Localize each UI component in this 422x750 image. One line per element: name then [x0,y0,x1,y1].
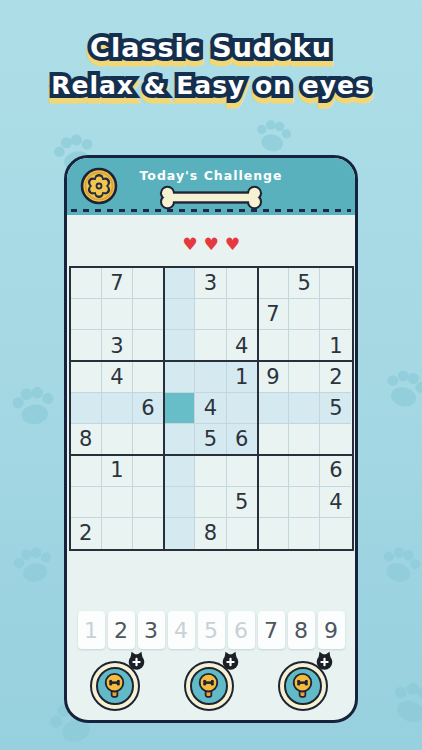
grid-cell-r6c9[interactable] [320,424,351,455]
grid-cell-r5c8[interactable] [289,393,320,424]
grid-cell-r3c2[interactable]: 3 [102,330,133,361]
grid-cell-r5c6[interactable] [227,393,258,424]
grid-cell-r7c8[interactable] [289,455,320,486]
grid-cell-r5c5[interactable]: 4 [195,393,226,424]
grid-cell-r1c7[interactable] [258,268,289,299]
grid-cell-r2c4[interactable] [164,299,195,330]
grid-cell-r3c6[interactable]: 4 [227,330,258,361]
grid-cell-r8c4[interactable] [164,487,195,518]
grid-cell-r8c2[interactable] [102,487,133,518]
grid-cell-r7c9[interactable]: 6 [320,455,351,486]
dashed-separator [71,209,351,212]
grid-cell-r5c3[interactable]: 6 [133,393,164,424]
grid-cell-r5c7[interactable] [258,393,289,424]
grid-cell-r2c7[interactable]: 7 [258,299,289,330]
grid-cell-r4c7[interactable]: 9 [258,362,289,393]
plus-badge-icon [126,651,147,671]
grid-cell-r4c3[interactable] [133,362,164,393]
app-title-line2-text: Relax & Easy on eyes [51,71,371,100]
grid-cell-r3c9[interactable]: 1 [320,330,351,361]
hint-inner-circle [284,667,322,705]
grid-cell-r9c6[interactable] [227,518,258,549]
grid-cell-r7c3[interactable] [133,455,164,486]
grid-cell-r6c1[interactable]: 8 [71,424,102,455]
grid-cell-r4c4[interactable] [164,362,195,393]
hint-button-2[interactable] [184,658,239,713]
grid-cell-r2c6[interactable] [227,299,258,330]
grid-cell-r7c1[interactable] [71,455,102,486]
grid-cell-r9c7[interactable] [258,518,289,549]
grid-cell-r1c1[interactable] [71,268,102,299]
grid-cell-r4c9[interactable]: 2 [320,362,351,393]
grid-cell-r4c5[interactable] [195,362,226,393]
sudoku-board-frame: 73573414192645856165428 [69,266,354,551]
phone-mockup: Today's Challenge ♥♥♥ 735734141926458561… [64,155,358,723]
paw-print-icon [372,538,422,596]
grid-cell-r7c4[interactable] [164,455,195,486]
grid-cell-r2c3[interactable] [133,299,164,330]
hint-plus-badge [220,651,241,671]
grid-cell-r6c8[interactable] [289,424,320,455]
grid-cell-r8c1[interactable] [71,487,102,518]
grid-cell-r1c9[interactable] [320,268,351,299]
numpad-key-9[interactable]: 9 [318,611,345,649]
grid-cell-r9c4[interactable] [164,518,195,549]
grid-cell-r1c6[interactable] [227,268,258,299]
lightbulb-bone-icon [292,672,313,700]
hint-plus-badge [126,651,147,671]
bone-progress-icon [159,185,263,210]
grid-cell-r6c4[interactable] [164,424,195,455]
hint-inner-circle [96,667,134,705]
grid-cell-r9c5[interactable]: 8 [195,518,226,549]
grid-cell-r7c2[interactable]: 1 [102,455,133,486]
grid-cell-r8c7[interactable] [258,487,289,518]
grid-cell-r2c1[interactable] [71,299,102,330]
grid-cell-r2c9[interactable] [320,299,351,330]
grid-cell-r9c9[interactable] [320,518,351,549]
grid-cell-r7c5[interactable] [195,455,226,486]
app-title: Classic Sudoku Classic Sudoku Classic Su… [0,34,422,110]
app-title-line1-text: Classic Sudoku [90,32,332,63]
grid-cell-r4c6[interactable]: 1 [227,362,258,393]
heart-icon: ♥ [225,234,240,254]
grid-cell-r2c2[interactable] [102,299,133,330]
numpad-key-1[interactable]: 1 [78,611,105,649]
grid-cell-r7c6[interactable] [227,455,258,486]
grid-cell-r8c9[interactable]: 4 [320,487,351,518]
paw-print-icon [7,539,60,595]
grid-cell-r6c3[interactable] [133,424,164,455]
game-header: Today's Challenge [67,158,355,215]
grid-cell-r1c2[interactable]: 7 [102,268,133,299]
paw-print-icon [7,379,62,437]
app-title-line2: Relax & Easy on eyes Relax & Easy on eye… [0,73,422,98]
paw-print-icon [380,671,422,739]
numpad-key-7[interactable]: 7 [258,611,285,649]
lightbulb-bone-icon [198,672,219,700]
grid-cell-r9c8[interactable] [289,518,320,549]
grid-cell-r4c2[interactable]: 4 [102,362,133,393]
hint-button-row [67,658,355,713]
plus-badge-icon [314,651,335,671]
grid-cell-r9c3[interactable] [133,518,164,549]
lives-hearts: ♥♥♥ [67,234,355,254]
grid-cell-r3c8[interactable] [289,330,320,361]
grid-cell-r1c4[interactable] [164,268,195,299]
hint-button-3[interactable] [278,658,333,713]
grid-cell-r8c6[interactable]: 5 [227,487,258,518]
grid-cell-r3c7[interactable] [258,330,289,361]
header-title: Today's Challenge [67,168,355,183]
heart-icon: ♥ [203,234,218,254]
grid-cell-r5c9[interactable]: 5 [320,393,351,424]
numpad-key-4[interactable]: 4 [168,611,195,649]
grid-cell-r3c3[interactable] [133,330,164,361]
grid-cell-r4c8[interactable] [289,362,320,393]
plus-badge-icon [220,651,241,671]
sudoku-board: 73573414192645856165428 [71,268,352,549]
lightbulb-bone-icon [104,672,125,700]
grid-cell-r2c8[interactable] [289,299,320,330]
grid-cell-r6c2[interactable] [102,424,133,455]
grid-cell-r5c1[interactable] [71,393,102,424]
grid-cell-r6c5[interactable]: 5 [195,424,226,455]
grid-cell-r8c3[interactable] [133,487,164,518]
numpad-key-8[interactable]: 8 [288,611,315,649]
grid-cell-r7c7[interactable] [258,455,289,486]
hint-button-1[interactable] [90,658,145,713]
grid-cell-r1c8[interactable]: 5 [289,268,320,299]
grid-cell-r3c4[interactable] [164,330,195,361]
grid-cell-r3c5[interactable] [195,330,226,361]
grid-cell-r1c3[interactable] [133,268,164,299]
numpad-key-6[interactable]: 6 [228,611,255,649]
hint-plus-badge [314,651,335,671]
hint-inner-circle [190,667,228,705]
grid-cell-r8c8[interactable] [289,487,320,518]
numpad-key-2[interactable]: 2 [108,611,135,649]
numpad-key-3[interactable]: 3 [138,611,165,649]
grid-cell-r6c7[interactable] [258,424,289,455]
grid-cell-r9c1[interactable]: 2 [71,518,102,549]
app-title-line1: Classic Sudoku Classic Sudoku Classic Su… [0,34,422,61]
grid-cell-r3c1[interactable] [71,330,102,361]
grid-cell-r8c5[interactable] [195,487,226,518]
grid-cell-r1c5[interactable]: 3 [195,268,226,299]
numpad-key-5[interactable]: 5 [198,611,225,649]
paw-print-icon [377,361,422,421]
heart-icon: ♥ [182,234,197,254]
grid-cell-r5c4[interactable] [164,393,195,424]
grid-cell-r2c5[interactable] [195,299,226,330]
grid-cell-r5c2[interactable] [102,393,133,424]
grid-cell-r6c6[interactable]: 6 [227,424,258,455]
grid-cell-r4c1[interactable] [71,362,102,393]
grid-cell-r9c2[interactable] [102,518,133,549]
number-pad: 123456789 [67,611,355,649]
